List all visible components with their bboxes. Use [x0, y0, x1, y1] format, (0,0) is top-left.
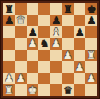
- square-g5[interactable]: [74, 38, 86, 50]
- square-e1[interactable]: [50, 84, 62, 96]
- square-d6[interactable]: [38, 26, 50, 38]
- piece-white-bishop: ♝: [51, 26, 60, 37]
- square-h3[interactable]: [85, 61, 97, 73]
- piece-black-pawn: ♟: [86, 15, 95, 26]
- square-e4[interactable]: [50, 50, 62, 62]
- piece-white-king: ♚: [28, 84, 37, 95]
- square-h7[interactable]: ♟: [85, 15, 97, 27]
- square-b2[interactable]: ♟: [15, 73, 27, 85]
- square-b5[interactable]: [15, 38, 27, 50]
- piece-white-queen: ♛: [16, 15, 25, 26]
- piece-white-pawn: ♟: [63, 50, 72, 61]
- square-e6[interactable]: ♝: [50, 26, 62, 38]
- square-c3[interactable]: [27, 61, 39, 73]
- square-e8[interactable]: [50, 3, 62, 15]
- piece-white-pawn: ♟: [16, 73, 25, 84]
- square-d8[interactable]: [38, 3, 50, 15]
- piece-black-pawn: ♟: [75, 26, 84, 37]
- square-c5[interactable]: ♟: [27, 38, 39, 50]
- square-a7[interactable]: ♟: [3, 15, 15, 27]
- square-h1[interactable]: [85, 84, 97, 96]
- piece-white-pawn: ♟: [4, 73, 13, 84]
- square-h2[interactable]: ♟: [85, 73, 97, 85]
- piece-white-pawn: ♟: [75, 61, 84, 72]
- square-a6[interactable]: [3, 26, 15, 38]
- square-d7[interactable]: [38, 15, 50, 27]
- square-a8[interactable]: ♜: [3, 3, 15, 15]
- square-g7[interactable]: [74, 15, 86, 27]
- square-g2[interactable]: [74, 73, 86, 85]
- square-d1[interactable]: [38, 84, 50, 96]
- piece-white-pawn: ♟: [86, 73, 95, 84]
- square-e3[interactable]: [50, 61, 62, 73]
- square-f1[interactable]: ♛: [62, 84, 74, 96]
- piece-black-pawn: ♟: [51, 15, 60, 26]
- square-f7[interactable]: [62, 15, 74, 27]
- square-e7[interactable]: ♟: [50, 15, 62, 27]
- chess-board-frame: ♜♜♚♟♛♟♟♟♝♟♟♞♟♟♜♟♟♟♟♜♚♛: [0, 0, 100, 99]
- square-f8[interactable]: ♜: [62, 3, 74, 15]
- square-c1[interactable]: ♚: [27, 84, 39, 96]
- square-f3[interactable]: [62, 61, 74, 73]
- square-b7[interactable]: ♛: [15, 15, 27, 27]
- square-f6[interactable]: [62, 26, 74, 38]
- square-c6[interactable]: ♟: [27, 26, 39, 38]
- square-d2[interactable]: [38, 73, 50, 85]
- square-c7[interactable]: [27, 15, 39, 27]
- square-f5[interactable]: [62, 38, 74, 50]
- square-b3[interactable]: [15, 61, 27, 73]
- square-a3[interactable]: [3, 61, 15, 73]
- square-a4[interactable]: [3, 50, 15, 62]
- piece-black-rook: ♜: [63, 3, 72, 14]
- square-a1[interactable]: ♜: [3, 84, 15, 96]
- square-f2[interactable]: [62, 73, 74, 85]
- square-c4[interactable]: [27, 50, 39, 62]
- square-d3[interactable]: [38, 61, 50, 73]
- piece-white-rook: ♜: [86, 50, 95, 61]
- piece-black-pawn: ♟: [4, 15, 13, 26]
- square-d5[interactable]: ♞: [38, 38, 50, 50]
- piece-black-king: ♚: [86, 3, 95, 14]
- square-g4[interactable]: [74, 50, 86, 62]
- square-b6[interactable]: [15, 26, 27, 38]
- square-h4[interactable]: ♜: [85, 50, 97, 62]
- piece-black-queen: ♛: [63, 84, 72, 95]
- square-f4[interactable]: ♟: [62, 50, 74, 62]
- square-h8[interactable]: ♚: [85, 3, 97, 15]
- square-h5[interactable]: [85, 38, 97, 50]
- square-h6[interactable]: [85, 26, 97, 38]
- square-g3[interactable]: ♟: [74, 61, 86, 73]
- square-a2[interactable]: ♟: [3, 73, 15, 85]
- square-g1[interactable]: [74, 84, 86, 96]
- piece-black-rook: ♜: [4, 3, 13, 14]
- square-c8[interactable]: [27, 3, 39, 15]
- square-a5[interactable]: [3, 38, 15, 50]
- square-g6[interactable]: ♟: [74, 26, 86, 38]
- piece-white-rook: ♜: [4, 84, 13, 95]
- piece-white-pawn: ♟: [28, 38, 37, 49]
- square-d4[interactable]: [38, 50, 50, 62]
- square-b1[interactable]: [15, 84, 27, 96]
- square-e2[interactable]: [50, 73, 62, 85]
- piece-white-pawn: ♟: [51, 38, 60, 49]
- square-g8[interactable]: [74, 3, 86, 15]
- square-b8[interactable]: [15, 3, 27, 15]
- square-e5[interactable]: ♟: [50, 38, 62, 50]
- square-b4[interactable]: [15, 50, 27, 62]
- piece-black-pawn: ♟: [28, 26, 37, 37]
- piece-black-knight: ♞: [39, 38, 48, 49]
- chess-board: ♜♜♚♟♛♟♟♟♝♟♟♞♟♟♜♟♟♟♟♜♚♛: [3, 3, 97, 96]
- square-c2[interactable]: [27, 73, 39, 85]
